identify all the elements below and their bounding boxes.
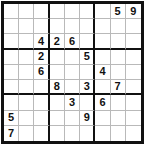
cell-r4c2-empty[interactable]	[19, 50, 34, 65]
cell-r9c3-empty[interactable]	[34, 126, 49, 141]
cell-r3c5-given: 6	[65, 34, 80, 49]
cell-r7c7-given: 6	[95, 95, 110, 110]
cell-r3c6-empty[interactable]	[80, 34, 95, 49]
cell-r4c4-empty[interactable]	[50, 50, 65, 65]
cell-r5c6-empty[interactable]	[80, 65, 95, 80]
cell-r2c3-empty[interactable]	[34, 19, 49, 34]
cell-r6c8-given: 7	[111, 80, 126, 95]
cell-r1c4-empty[interactable]	[50, 4, 65, 19]
cell-r9c1-given: 7	[4, 126, 19, 141]
cell-r5c4-empty[interactable]	[50, 65, 65, 80]
cell-r1c7-empty[interactable]	[95, 4, 110, 19]
cell-r4c5-empty[interactable]	[65, 50, 80, 65]
cell-r6c5-empty[interactable]	[65, 80, 80, 95]
cell-r1c9-given: 9	[126, 4, 141, 19]
cell-r8c5-empty[interactable]	[65, 111, 80, 126]
cell-r2c8-empty[interactable]	[111, 19, 126, 34]
cell-r5c8-empty[interactable]	[111, 65, 126, 80]
cell-r5c9-empty[interactable]	[126, 65, 141, 80]
cell-r8c2-empty[interactable]	[19, 111, 34, 126]
cell-r5c7-given: 4	[95, 65, 110, 80]
cell-r2c6-empty[interactable]	[80, 19, 95, 34]
cell-r5c1-empty[interactable]	[4, 65, 19, 80]
cell-r2c7-empty[interactable]	[95, 19, 110, 34]
cell-r3c4-given: 2	[50, 34, 65, 49]
cell-r9c5-empty[interactable]	[65, 126, 80, 141]
cell-r6c4-given: 8	[50, 80, 65, 95]
cell-r3c8-empty[interactable]	[111, 34, 126, 49]
sudoku-page: 59426256483736597	[0, 0, 145, 145]
cell-r9c9-empty[interactable]	[126, 126, 141, 141]
cell-r6c6-given: 3	[80, 80, 95, 95]
cell-r5c2-empty[interactable]	[19, 65, 34, 80]
cell-r4c1-empty[interactable]	[4, 50, 19, 65]
cell-r4c6-given: 5	[80, 50, 95, 65]
cell-r1c8-given: 5	[111, 4, 126, 19]
cell-r2c9-empty[interactable]	[126, 19, 141, 34]
cell-r8c7-empty[interactable]	[95, 111, 110, 126]
cell-r1c1-empty[interactable]	[4, 4, 19, 19]
cell-r3c3-given: 4	[34, 34, 49, 49]
cell-r9c8-empty[interactable]	[111, 126, 126, 141]
cell-r8c4-empty[interactable]	[50, 111, 65, 126]
cell-r4c7-empty[interactable]	[95, 50, 110, 65]
cell-r4c3-given: 2	[34, 50, 49, 65]
cell-r3c7-empty[interactable]	[95, 34, 110, 49]
cell-r9c6-empty[interactable]	[80, 126, 95, 141]
cell-r9c4-empty[interactable]	[50, 126, 65, 141]
cell-r3c9-empty[interactable]	[126, 34, 141, 49]
cell-r7c5-given: 3	[65, 95, 80, 110]
cell-r5c5-empty[interactable]	[65, 65, 80, 80]
cell-r2c5-empty[interactable]	[65, 19, 80, 34]
cell-r2c4-empty[interactable]	[50, 19, 65, 34]
cell-r9c2-empty[interactable]	[19, 126, 34, 141]
cell-r2c1-empty[interactable]	[4, 19, 19, 34]
cell-r8c6-given: 9	[80, 111, 95, 126]
cell-r7c3-empty[interactable]	[34, 95, 49, 110]
cell-r4c9-empty[interactable]	[126, 50, 141, 65]
cell-r9c7-empty[interactable]	[95, 126, 110, 141]
cell-r1c3-empty[interactable]	[34, 4, 49, 19]
cell-r6c1-empty[interactable]	[4, 80, 19, 95]
cell-r8c1-given: 5	[4, 111, 19, 126]
cell-r6c7-empty[interactable]	[95, 80, 110, 95]
cell-r4c8-empty[interactable]	[111, 50, 126, 65]
cell-r7c2-empty[interactable]	[19, 95, 34, 110]
cell-r7c4-empty[interactable]	[50, 95, 65, 110]
cell-r6c3-empty[interactable]	[34, 80, 49, 95]
cell-r6c9-empty[interactable]	[126, 80, 141, 95]
cell-r7c1-empty[interactable]	[4, 95, 19, 110]
cell-r7c6-empty[interactable]	[80, 95, 95, 110]
cell-r1c6-empty[interactable]	[80, 4, 95, 19]
cell-r8c3-empty[interactable]	[34, 111, 49, 126]
cell-r7c8-empty[interactable]	[111, 95, 126, 110]
cell-r5c3-given: 6	[34, 65, 49, 80]
cell-r6c2-empty[interactable]	[19, 80, 34, 95]
cell-r1c5-empty[interactable]	[65, 4, 80, 19]
cell-r8c8-empty[interactable]	[111, 111, 126, 126]
cell-r7c9-empty[interactable]	[126, 95, 141, 110]
cell-r1c2-empty[interactable]	[19, 4, 34, 19]
cell-r3c1-empty[interactable]	[4, 34, 19, 49]
sudoku-board: 59426256483736597	[1, 1, 144, 144]
cell-r3c2-empty[interactable]	[19, 34, 34, 49]
cell-r2c2-empty[interactable]	[19, 19, 34, 34]
cell-r8c9-empty[interactable]	[126, 111, 141, 126]
